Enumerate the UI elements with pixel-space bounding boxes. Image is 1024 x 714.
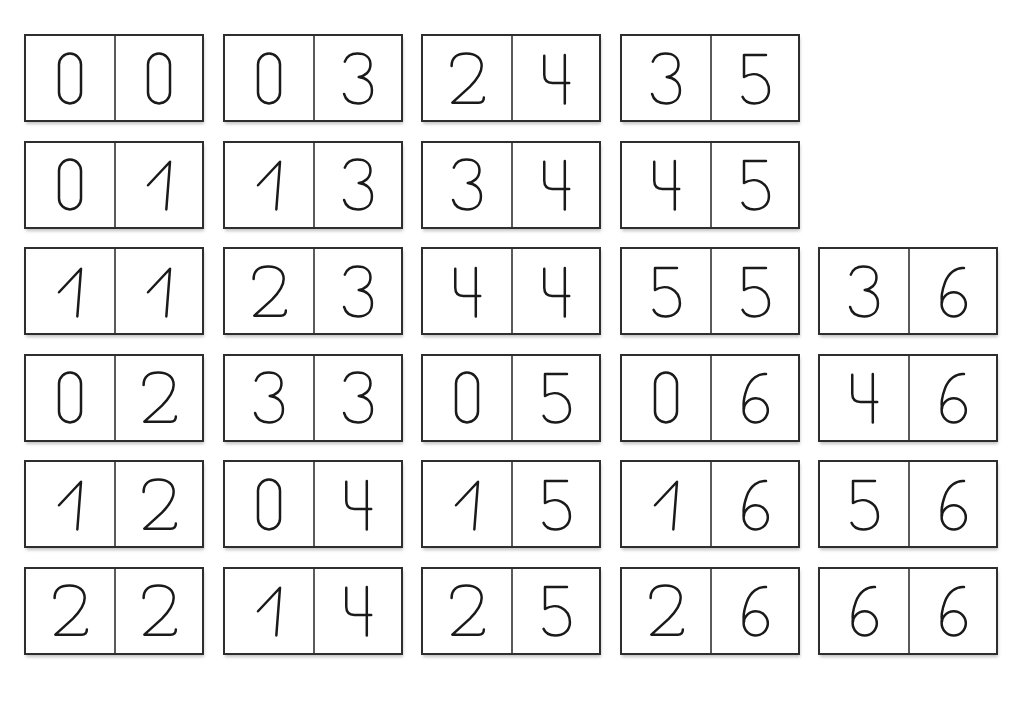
- digit-4-glyph: [336, 581, 380, 640]
- domino-tile-1-2: 12: [24, 460, 204, 548]
- domino-tile-0-2: 02: [24, 354, 204, 442]
- domino-half-left: 1: [26, 462, 114, 546]
- domino-tile-3-3: 33: [223, 354, 403, 442]
- domino-half-right: 3: [313, 36, 401, 120]
- domino-tile-0-0: 00: [24, 34, 204, 122]
- digit-4-glyph: [534, 262, 578, 321]
- domino-half-left: 0: [26, 356, 114, 440]
- digit-6-glyph: [842, 581, 886, 640]
- domino-half-left: 1: [622, 462, 710, 546]
- domino-half-left: 0: [423, 356, 511, 440]
- domino-half-left: 0: [26, 36, 114, 120]
- digit-5-glyph: [534, 581, 578, 640]
- digit-2-glyph: [445, 49, 489, 108]
- domino-tile-5-5: 55: [620, 247, 800, 335]
- digit-0-glyph: [445, 368, 489, 427]
- digit-6-glyph: [733, 475, 777, 534]
- digit-1-glyph: [48, 475, 92, 534]
- domino-half-right: 4: [511, 143, 599, 227]
- domino-tile-0-4: 04: [223, 460, 403, 548]
- domino-half-left: 1: [26, 249, 114, 333]
- domino-tile-2-3: 23: [223, 247, 403, 335]
- domino-half-right: 4: [511, 36, 599, 120]
- domino-half-right: 3: [313, 143, 401, 227]
- digit-1-glyph: [137, 155, 181, 214]
- domino-half-left: 0: [225, 36, 313, 120]
- domino-tile-1-5: 15: [421, 460, 601, 548]
- domino-row: 00032435: [24, 34, 1024, 122]
- domino-tile-1-3: 13: [223, 141, 403, 229]
- domino-half-right: 2: [114, 462, 202, 546]
- digit-6-glyph: [931, 475, 975, 534]
- domino-half-left: 6: [820, 569, 908, 653]
- digit-5-glyph: [534, 475, 578, 534]
- domino-half-right: 5: [511, 462, 599, 546]
- digit-2-glyph: [48, 581, 92, 640]
- domino-tile-0-6: 06: [620, 354, 800, 442]
- digit-1-glyph: [137, 262, 181, 321]
- domino-tile-4-5: 45: [620, 141, 800, 229]
- digit-3-glyph: [336, 368, 380, 427]
- digit-0-glyph: [48, 49, 92, 108]
- digit-1-glyph: [247, 581, 291, 640]
- domino-half-right: 6: [908, 249, 996, 333]
- domino-half-left: 0: [225, 462, 313, 546]
- digit-0-glyph: [247, 49, 291, 108]
- domino-half-right: 0: [114, 36, 202, 120]
- digit-0-glyph: [48, 155, 92, 214]
- digit-0-glyph: [644, 368, 688, 427]
- domino-half-right: 3: [313, 356, 401, 440]
- domino-half-left: 4: [423, 249, 511, 333]
- digit-5-glyph: [733, 155, 777, 214]
- domino-tile-6-6: 66: [818, 567, 998, 655]
- digit-1-glyph: [48, 262, 92, 321]
- digit-2-glyph: [137, 581, 181, 640]
- domino-half-right: 5: [511, 356, 599, 440]
- domino-half-left: 3: [423, 143, 511, 227]
- domino-half-left: 2: [622, 569, 710, 653]
- digit-3-glyph: [445, 155, 489, 214]
- domino-half-left: 3: [622, 36, 710, 120]
- digit-4-glyph: [445, 262, 489, 321]
- digit-0-glyph: [247, 475, 291, 534]
- domino-tile-3-4: 34: [421, 141, 601, 229]
- domino-half-left: 2: [423, 36, 511, 120]
- digit-6-glyph: [733, 368, 777, 427]
- digit-5-glyph: [733, 262, 777, 321]
- domino-half-right: 2: [114, 356, 202, 440]
- digit-5-glyph: [733, 49, 777, 108]
- domino-tile-0-1: 01: [24, 141, 204, 229]
- digit-2-glyph: [137, 475, 181, 534]
- digit-3-glyph: [247, 368, 291, 427]
- digit-6-glyph: [931, 581, 975, 640]
- digit-0-glyph: [137, 49, 181, 108]
- domino-half-left: 2: [423, 569, 511, 653]
- domino-tile-4-4: 44: [421, 247, 601, 335]
- domino-half-left: 3: [225, 356, 313, 440]
- digit-6-glyph: [733, 581, 777, 640]
- domino-half-right: 6: [908, 569, 996, 653]
- digit-0-glyph: [48, 368, 92, 427]
- domino-tile-2-2: 22: [24, 567, 204, 655]
- domino-tile-1-6: 16: [620, 460, 800, 548]
- domino-half-left: 1: [225, 569, 313, 653]
- domino-half-left: 2: [225, 249, 313, 333]
- domino-half-left: 3: [820, 249, 908, 333]
- domino-row: 2214252666: [24, 567, 1024, 655]
- domino-half-right: 1: [114, 143, 202, 227]
- domino-half-left: 4: [820, 356, 908, 440]
- domino-half-right: 3: [313, 249, 401, 333]
- digit-4-glyph: [644, 155, 688, 214]
- domino-half-right: 6: [710, 462, 798, 546]
- domino-half-left: 4: [622, 143, 710, 227]
- digit-5-glyph: [534, 368, 578, 427]
- domino-half-right: 5: [710, 249, 798, 333]
- domino-half-left: 0: [622, 356, 710, 440]
- domino-tile-3-6: 36: [818, 247, 998, 335]
- domino-tile-5-6: 56: [818, 460, 998, 548]
- digit-4-glyph: [336, 475, 380, 534]
- digit-6-glyph: [931, 368, 975, 427]
- digit-3-glyph: [336, 155, 380, 214]
- domino-tile-2-5: 25: [421, 567, 601, 655]
- domino-half-right: 6: [710, 569, 798, 653]
- digit-2-glyph: [644, 581, 688, 640]
- domino-half-left: 1: [225, 143, 313, 227]
- digit-1-glyph: [644, 475, 688, 534]
- domino-half-left: 0: [26, 143, 114, 227]
- domino-half-right: 5: [710, 143, 798, 227]
- domino-worksheet: 0003243501133445112344553602330506461204…: [0, 0, 1024, 714]
- domino-half-right: 4: [313, 462, 401, 546]
- digit-2-glyph: [137, 368, 181, 427]
- domino-half-right: 2: [114, 569, 202, 653]
- domino-tile-2-6: 26: [620, 567, 800, 655]
- domino-tile-0-5: 05: [421, 354, 601, 442]
- domino-half-right: 5: [710, 36, 798, 120]
- domino-tile-4-6: 46: [818, 354, 998, 442]
- domino-row: 1204151656: [24, 460, 1024, 548]
- domino-half-right: 6: [908, 462, 996, 546]
- digit-2-glyph: [247, 262, 291, 321]
- digit-3-glyph: [336, 49, 380, 108]
- digit-5-glyph: [842, 475, 886, 534]
- digit-5-glyph: [644, 262, 688, 321]
- domino-half-left: 1: [423, 462, 511, 546]
- digit-1-glyph: [247, 155, 291, 214]
- digit-2-glyph: [445, 581, 489, 640]
- digit-4-glyph: [842, 368, 886, 427]
- digit-3-glyph: [644, 49, 688, 108]
- digit-4-glyph: [534, 49, 578, 108]
- digit-6-glyph: [931, 262, 975, 321]
- domino-tile-0-3: 03: [223, 34, 403, 122]
- domino-half-left: 5: [820, 462, 908, 546]
- domino-half-right: 6: [908, 356, 996, 440]
- domino-board: 0003243501133445112344553602330506461204…: [24, 34, 1024, 655]
- domino-half-right: 5: [511, 569, 599, 653]
- domino-half-right: 1: [114, 249, 202, 333]
- domino-half-left: 2: [26, 569, 114, 653]
- domino-half-right: 4: [313, 569, 401, 653]
- domino-half-right: 6: [710, 356, 798, 440]
- domino-half-left: 5: [622, 249, 710, 333]
- digit-3-glyph: [336, 262, 380, 321]
- domino-row: 0233050646: [24, 354, 1024, 442]
- digit-3-glyph: [842, 262, 886, 321]
- domino-tile-1-4: 14: [223, 567, 403, 655]
- digit-1-glyph: [445, 475, 489, 534]
- domino-tile-2-4: 24: [421, 34, 601, 122]
- domino-row: 01133445: [24, 141, 1024, 229]
- domino-half-right: 4: [511, 249, 599, 333]
- digit-4-glyph: [534, 155, 578, 214]
- domino-tile-1-1: 11: [24, 247, 204, 335]
- domino-row: 1123445536: [24, 247, 1024, 335]
- domino-tile-3-5: 35: [620, 34, 800, 122]
